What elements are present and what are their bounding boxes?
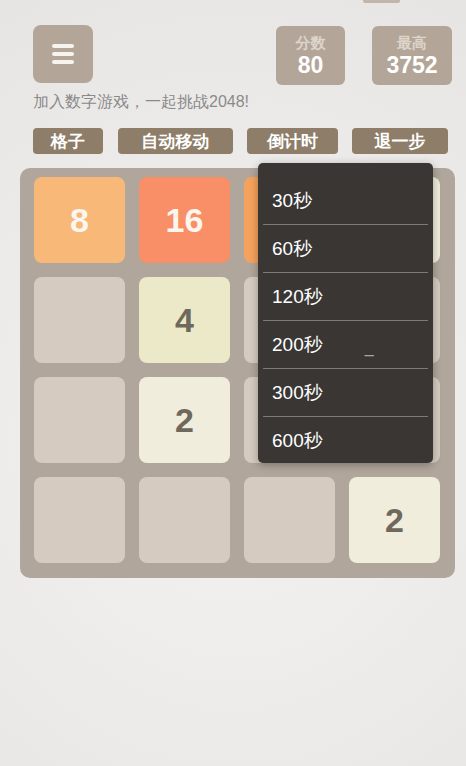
cell-r4c1: [34, 477, 125, 563]
best-value: 3752: [386, 53, 437, 78]
countdown-option-60s[interactable]: 60秒: [258, 225, 433, 272]
cell-r4c2: [139, 477, 230, 563]
tagline: 加入数字游戏，一起挑战2048!: [33, 92, 249, 113]
grid-size-button[interactable]: 格子: [33, 128, 103, 154]
menu-item-label: 300秒: [272, 380, 323, 406]
auto-move-button[interactable]: 自动移动: [118, 128, 233, 154]
hamburger-icon: [52, 44, 74, 48]
cell-r3c2: 2: [139, 377, 230, 463]
countdown-button[interactable]: 倒计时: [247, 128, 338, 154]
best-label: 最高: [397, 34, 427, 52]
menu-item-label: 120秒: [272, 284, 323, 310]
menu-item-label: 60秒: [272, 236, 312, 262]
menu-button[interactable]: [33, 25, 93, 83]
cell-r1c1: 8: [34, 177, 125, 263]
top-edge-artifact: [363, 0, 400, 3]
countdown-option-120s[interactable]: 120秒: [258, 273, 433, 320]
menu-item-label: 30秒: [272, 188, 312, 214]
countdown-dropdown-menu: 30秒60秒120秒200秒_300秒600秒: [258, 163, 433, 463]
hamburger-icon: [52, 60, 74, 64]
cell-r2c2: 4: [139, 277, 230, 363]
cell-r3c1: [34, 377, 125, 463]
score-value: 80: [298, 53, 324, 78]
best-score-box: 最高 3752: [372, 26, 452, 85]
hamburger-icon: [52, 52, 74, 56]
cell-r4c3: [244, 477, 335, 563]
cell-r1c2: 16: [139, 177, 230, 263]
cell-r2c1: [34, 277, 125, 363]
score-label: 分数: [296, 34, 326, 52]
menu-item-label: 600秒: [272, 428, 323, 454]
menu-item-label: 200秒: [272, 332, 323, 358]
countdown-option-600s[interactable]: 600秒: [258, 417, 433, 464]
countdown-option-200s[interactable]: 200秒_: [258, 321, 433, 368]
countdown-option-300s[interactable]: 300秒: [258, 369, 433, 416]
cell-r4c4: 2: [349, 477, 440, 563]
score-box: 分数 80: [276, 26, 345, 85]
text-cursor-artifact: _: [365, 339, 374, 357]
countdown-option-30s[interactable]: 30秒: [258, 177, 433, 224]
undo-button[interactable]: 退一步: [352, 128, 448, 154]
